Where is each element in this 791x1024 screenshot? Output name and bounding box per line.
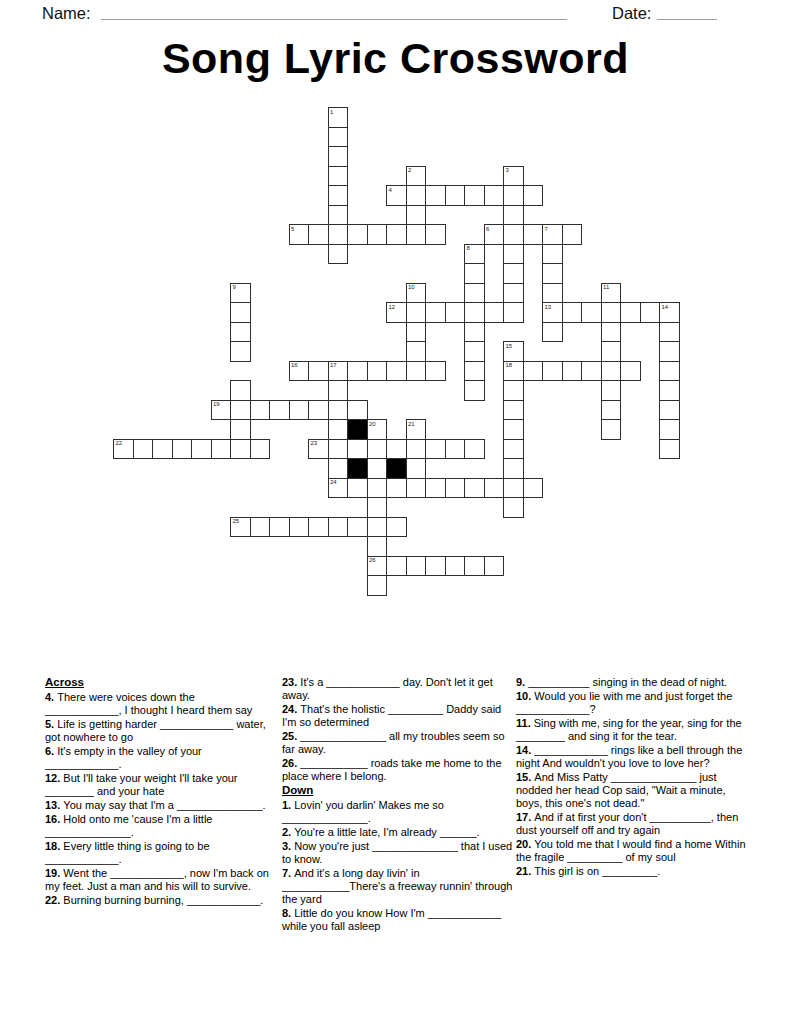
grid-cell[interactable]	[367, 224, 388, 245]
clue-20: 20. You told me that I would find a home…	[516, 838, 746, 864]
grid-cell[interactable]	[503, 439, 524, 460]
grid-cell[interactable]	[328, 244, 349, 265]
grid-cell[interactable]	[328, 205, 349, 226]
down-header: Down	[282, 784, 514, 797]
grid-cell[interactable]	[464, 361, 485, 382]
clue-6: 6. It's empty in the valley of your ____…	[45, 745, 273, 771]
grid-cell[interactable]	[601, 361, 622, 382]
cell-number: 8	[467, 245, 470, 251]
grid-cell[interactable]	[367, 536, 388, 557]
grid-cell[interactable]	[503, 380, 524, 401]
grid-cell[interactable]	[581, 302, 602, 323]
grid-cell[interactable]	[425, 361, 446, 382]
grid-cell[interactable]	[542, 263, 563, 284]
clue-23: 23. It's a ____________ day. Don't let i…	[282, 676, 514, 702]
grid-cell[interactable]: 19	[211, 400, 232, 421]
clue-21: 21. This girl is on _________.	[516, 865, 746, 878]
grid-cell[interactable]	[659, 419, 680, 440]
grid-cell[interactable]	[406, 478, 427, 499]
grid-cell[interactable]	[367, 497, 388, 518]
grid-cell[interactable]	[464, 263, 485, 284]
grid-cell[interactable]	[659, 439, 680, 460]
grid-cell[interactable]	[464, 283, 485, 304]
grid-cell[interactable]: 4	[386, 185, 407, 206]
grid-cell[interactable]	[386, 556, 407, 577]
grid-cell[interactable]	[542, 322, 563, 343]
grid-cell[interactable]	[308, 361, 329, 382]
grid-cell[interactable]	[445, 556, 466, 577]
grid-cell[interactable]: 3	[503, 166, 524, 187]
grid-cell[interactable]	[523, 185, 544, 206]
grid-cell[interactable]	[659, 400, 680, 421]
grid-cell[interactable]: 5	[289, 224, 310, 245]
grid-cell[interactable]	[211, 439, 232, 460]
cell-number: 22	[116, 440, 123, 446]
clue-1: 1. Lovin' you darlin' Makes me so ______…	[282, 799, 514, 825]
grid-cell[interactable]	[659, 361, 680, 382]
grid-cell[interactable]	[562, 302, 583, 323]
grid-cell[interactable]	[425, 439, 446, 460]
grid-cell[interactable]	[152, 439, 173, 460]
grid-cell[interactable]	[601, 302, 622, 323]
black-cell	[347, 458, 368, 479]
cell-number: 13	[545, 304, 552, 310]
grid-cell[interactable]	[620, 302, 641, 323]
grid-cell[interactable]	[328, 146, 349, 167]
grid-cell[interactable]	[328, 166, 349, 187]
grid-cell[interactable]	[640, 302, 661, 323]
grid-cell[interactable]: 24	[328, 478, 349, 499]
grid-cell[interactable]	[406, 361, 427, 382]
grid-cell[interactable]: 13	[542, 302, 563, 323]
clue-16: 16. Hold onto me 'cause I'm a little ___…	[45, 813, 273, 839]
grid-cell[interactable]	[484, 302, 505, 323]
grid-cell[interactable]	[523, 361, 544, 382]
grid-cell[interactable]	[503, 497, 524, 518]
grid-cell[interactable]	[445, 439, 466, 460]
clue-4: 4. There were voices down the __________…	[45, 691, 273, 717]
grid-cell[interactable]	[503, 419, 524, 440]
grid-cell[interactable]	[328, 517, 349, 538]
grid-cell[interactable]	[425, 556, 446, 577]
grid-cell[interactable]	[445, 302, 466, 323]
grid-cell[interactable]	[230, 439, 251, 460]
grid-cell[interactable]: 18	[503, 361, 524, 382]
grid-cell[interactable]	[328, 439, 349, 460]
grid-cell[interactable]	[347, 400, 368, 421]
grid-cell[interactable]	[289, 400, 310, 421]
grid-cell[interactable]	[542, 283, 563, 304]
down-clue-list: 1. Lovin' you darlin' Makes me so ______…	[282, 799, 514, 933]
date-label: Date:	[612, 4, 651, 23]
grid-cell[interactable]	[659, 341, 680, 362]
grid-cell[interactable]	[406, 341, 427, 362]
clue-13: 13. You may say that I'm a _____________…	[45, 799, 273, 812]
grid-cell[interactable]	[601, 380, 622, 401]
grid-cell[interactable]: 15	[503, 341, 524, 362]
grid-cell[interactable]: 1	[328, 107, 349, 128]
grid-cell[interactable]	[464, 380, 485, 401]
cell-number: 23	[311, 440, 318, 446]
grid-cell[interactable]	[523, 478, 544, 499]
grid-cell[interactable]	[503, 185, 524, 206]
black-cell	[347, 419, 368, 440]
clues-column-2: 23. It's a ____________ day. Don't let i…	[282, 676, 514, 934]
grid-cell[interactable]	[406, 458, 427, 479]
page-title: Song Lyric Crossword	[0, 34, 791, 83]
grid-cell[interactable]	[386, 478, 407, 499]
grid-cell[interactable]	[250, 400, 271, 421]
grid-cell[interactable]: 26	[367, 556, 388, 577]
grid-cell[interactable]	[503, 263, 524, 284]
grid-cell[interactable]	[367, 575, 388, 596]
grid-cell[interactable]	[328, 400, 349, 421]
grid-cell[interactable]	[503, 302, 524, 323]
cell-number: 17	[330, 362, 337, 368]
grid-cell[interactable]	[347, 224, 368, 245]
grid-cell[interactable]	[269, 517, 290, 538]
grid-cell[interactable]	[386, 517, 407, 538]
grid-cell[interactable]	[386, 224, 407, 245]
clue-9: 9. __________ singing in the dead of nig…	[516, 676, 746, 689]
clue-15: 15. And Miss Patty ______________ just n…	[516, 771, 746, 810]
name-input-line[interactable]	[101, 19, 567, 20]
grid-cell[interactable]	[386, 361, 407, 382]
down-clue-list-continued: 9. __________ singing in the dead of nig…	[516, 676, 746, 878]
grid-cell[interactable]	[464, 439, 485, 460]
grid-cell[interactable]	[601, 400, 622, 421]
clue-26: 26. ___________ roads take me home to th…	[282, 757, 514, 783]
grid-cell[interactable]	[503, 400, 524, 421]
grid-cell[interactable]	[230, 400, 251, 421]
grid-cell[interactable]	[464, 322, 485, 343]
grid-cell[interactable]: 23	[308, 439, 329, 460]
grid-cell[interactable]	[425, 302, 446, 323]
grid-cell[interactable]	[250, 517, 271, 538]
grid-cell[interactable]	[503, 244, 524, 265]
grid-cell[interactable]	[484, 185, 505, 206]
grid-cell[interactable]	[425, 478, 446, 499]
date-input-line[interactable]	[657, 19, 717, 20]
clue-18: 18. Every little thing is going to be __…	[45, 840, 273, 866]
cell-number: 4	[389, 187, 392, 193]
cell-number: 26	[369, 557, 376, 563]
cell-number: 21	[408, 421, 415, 427]
grid-cell[interactable]	[133, 439, 154, 460]
grid-cell[interactable]: 10	[406, 283, 427, 304]
grid-cell[interactable]: 12	[386, 302, 407, 323]
cell-number: 2	[408, 167, 411, 173]
grid-cell[interactable]	[464, 185, 485, 206]
across-header: Across	[45, 676, 273, 689]
cell-number: 6	[486, 226, 489, 232]
grid-cell[interactable]	[367, 458, 388, 479]
grid-cell[interactable]	[347, 361, 368, 382]
cell-number: 16	[291, 362, 298, 368]
grid-cell[interactable]	[601, 341, 622, 362]
clues-column-3: 9. __________ singing in the dead of nig…	[516, 676, 746, 879]
clue-8: 8. Little do you know How I'm __________…	[282, 907, 514, 933]
clue-19: 19. Went the ____________, now I'm back …	[45, 867, 273, 893]
cell-number: 10	[408, 284, 415, 290]
clue-22: 22. Burning burning burning, ___________…	[45, 894, 273, 907]
grid-cell[interactable]	[308, 224, 329, 245]
grid-cell[interactable]	[542, 244, 563, 265]
grid-cell[interactable]: 2	[406, 166, 427, 187]
grid-cell[interactable]: 14	[659, 302, 680, 323]
grid-cell[interactable]: 8	[464, 244, 485, 265]
grid-cell[interactable]	[542, 361, 563, 382]
grid-cell[interactable]	[308, 400, 329, 421]
grid-cell[interactable]	[562, 361, 583, 382]
clue-10: 10. Would you lie with me and just forge…	[516, 690, 746, 716]
grid-cell[interactable]: 21	[406, 419, 427, 440]
grid-cell[interactable]	[464, 341, 485, 362]
grid-cell[interactable]	[503, 283, 524, 304]
grid-cell[interactable]	[172, 439, 193, 460]
cell-number: 19	[213, 401, 220, 407]
grid-cell[interactable]: 9	[230, 283, 251, 304]
grid-cell[interactable]	[659, 322, 680, 343]
clue-25: 25. ______________ all my troubles seem …	[282, 730, 514, 756]
grid-cell[interactable]	[464, 478, 485, 499]
grid-cell[interactable]: 17	[328, 361, 349, 382]
grid-cell[interactable]	[230, 341, 251, 362]
clue-17: 17. And if at first your don't _________…	[516, 811, 746, 837]
grid-cell[interactable]	[289, 517, 310, 538]
clues-column-1: Across 4. There were voices down the ___…	[45, 676, 273, 908]
grid-cell[interactable]	[367, 439, 388, 460]
grid-cell[interactable]	[503, 458, 524, 479]
grid-cell[interactable]	[367, 478, 388, 499]
grid-cell[interactable]	[328, 185, 349, 206]
grid-cell[interactable]	[581, 361, 602, 382]
clue-24: 24. That's the holistic _________ Daddy …	[282, 703, 514, 729]
grid-cell[interactable]	[503, 205, 524, 226]
cell-number: 15	[506, 343, 513, 349]
grid-cell[interactable]	[406, 439, 427, 460]
grid-cell[interactable]	[484, 556, 505, 577]
grid-cell[interactable]	[230, 322, 251, 343]
grid-cell[interactable]	[659, 380, 680, 401]
grid-cell[interactable]	[367, 361, 388, 382]
clue-3: 3. Now you're just ______________ that I…	[282, 840, 514, 866]
grid-cell[interactable]	[406, 205, 427, 226]
grid-cell[interactable]	[347, 478, 368, 499]
across-clue-list-continued: 23. It's a ____________ day. Don't let i…	[282, 676, 514, 783]
grid-cell[interactable]	[367, 517, 388, 538]
grid-cell[interactable]: 25	[230, 517, 251, 538]
cell-number: 14	[662, 304, 669, 310]
cell-number: 24	[330, 479, 337, 485]
grid-cell[interactable]	[503, 478, 524, 499]
grid-cell[interactable]	[425, 185, 446, 206]
grid-cell[interactable]	[347, 517, 368, 538]
grid-cell[interactable]	[250, 439, 271, 460]
grid-cell[interactable]	[523, 224, 544, 245]
cell-number: 5	[291, 226, 294, 232]
name-label: Name:	[42, 4, 91, 23]
clue-7: 7. And it's a long day livin' in _______…	[282, 867, 514, 906]
grid-cell[interactable]	[601, 322, 622, 343]
grid-cell[interactable]	[620, 361, 641, 382]
clue-11: 11. Sing with me, sing for the year, sin…	[516, 717, 746, 743]
grid-cell[interactable]	[503, 224, 524, 245]
cell-number: 7	[545, 226, 548, 232]
cell-number: 18	[506, 362, 513, 368]
grid-cell[interactable]: 20	[367, 419, 388, 440]
grid-cell[interactable]	[230, 380, 251, 401]
grid-cell[interactable]	[406, 224, 427, 245]
clue-5: 5. Life is getting harder ____________ w…	[45, 718, 273, 744]
cell-number: 25	[233, 518, 240, 524]
across-clue-list: 4. There were voices down the __________…	[45, 691, 273, 907]
grid-cell[interactable]	[406, 322, 427, 343]
grid-cell[interactable]	[406, 556, 427, 577]
grid-cell[interactable]	[464, 556, 485, 577]
grid-cell[interactable]	[328, 458, 349, 479]
cell-number: 20	[369, 421, 376, 427]
grid-cell[interactable]	[425, 224, 446, 245]
grid-cell[interactable]	[464, 302, 485, 323]
grid-cell[interactable]	[386, 439, 407, 460]
grid-cell[interactable]: 16	[289, 361, 310, 382]
grid-cell[interactable]	[328, 419, 349, 440]
cell-number: 12	[389, 304, 396, 310]
page: Name: Date: Song Lyric Crossword 1234567…	[0, 0, 791, 1024]
grid-cell[interactable]	[347, 439, 368, 460]
grid-cell[interactable]	[230, 302, 251, 323]
grid-cell[interactable]: 11	[601, 283, 622, 304]
grid-cell[interactable]	[269, 400, 290, 421]
cell-number: 1	[330, 109, 333, 115]
grid-cell[interactable]	[328, 127, 349, 148]
grid-cell[interactable]	[601, 419, 622, 440]
grid-cell[interactable]	[484, 478, 505, 499]
cell-number: 11	[603, 284, 609, 290]
grid-cell[interactable]	[230, 419, 251, 440]
clue-14: 14. ____________ rings like a bell throu…	[516, 744, 746, 770]
clue-12: 12. But I'll take your weight I'll take …	[45, 772, 273, 798]
clue-2: 2. You're a little late, I'm already ___…	[282, 826, 514, 839]
grid-cell[interactable]	[328, 224, 349, 245]
grid-cell[interactable]	[308, 517, 329, 538]
cell-number: 3	[506, 167, 509, 173]
cell-number: 9	[233, 284, 236, 290]
grid-cell[interactable]: 22	[113, 439, 134, 460]
grid-cell[interactable]	[445, 478, 466, 499]
grid-cell[interactable]	[562, 224, 583, 245]
grid-cell[interactable]: 6	[484, 224, 505, 245]
grid-cell[interactable]	[406, 185, 427, 206]
grid-cell[interactable]	[328, 380, 349, 401]
grid-cell[interactable]	[191, 439, 212, 460]
grid-cell[interactable]: 7	[542, 224, 563, 245]
grid-cell[interactable]	[445, 185, 466, 206]
black-cell	[386, 458, 407, 479]
grid-cell[interactable]	[406, 302, 427, 323]
